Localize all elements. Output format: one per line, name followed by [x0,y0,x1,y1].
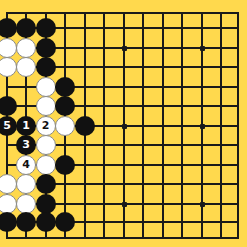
move-number-label: 3 [16,135,36,155]
move-number-label: 4 [17,156,35,174]
black-stone [36,57,56,77]
black-stone-move-1: 1 [16,116,36,136]
black-stone [36,194,56,214]
black-stone-move-3: 3 [16,135,36,155]
white-stone-move-4: 4 [16,155,36,175]
white-stone [16,57,36,77]
black-stone [55,96,75,116]
black-stone [16,18,36,38]
star-point [200,202,205,207]
black-stone [55,77,75,97]
white-stone [36,96,56,116]
black-stone-move-5: 5 [0,116,17,136]
black-stone [55,212,75,232]
star-point [122,124,127,129]
white-stone [55,116,75,136]
black-stone [36,38,56,58]
black-stone [36,212,56,232]
black-stone [36,18,56,38]
move-number-label: 1 [16,116,36,136]
white-stone-move-2: 2 [36,116,56,136]
white-stone [36,135,56,155]
black-stone [0,18,17,38]
black-stone [75,116,95,136]
white-stone [16,194,36,214]
star-point [200,46,205,51]
black-stone [55,155,75,175]
black-stone [36,174,56,194]
move-number-label: 5 [0,116,17,136]
go-board: 51234 [0,0,247,247]
star-point [122,46,127,51]
go-diagram-screenshot: { "game": "go", "board": { "size": 13, "… [0,0,247,247]
white-stone [16,38,36,58]
star-point [200,124,205,129]
white-stone [36,155,56,175]
black-stone [16,212,36,232]
white-stone [0,38,17,58]
white-stone [16,174,36,194]
white-stone [0,194,17,214]
move-number-label: 2 [37,117,55,135]
star-point [122,202,127,207]
white-stone [36,77,56,97]
